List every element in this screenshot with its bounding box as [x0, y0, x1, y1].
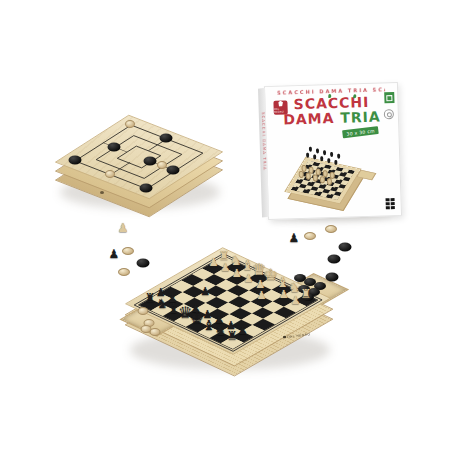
black-checker-disc	[328, 255, 341, 264]
black-checker-disc	[339, 243, 352, 252]
black-checker-disc	[326, 273, 339, 282]
natural-chess-piece: ♝	[241, 259, 254, 273]
black-checker-disc	[314, 282, 326, 290]
natural-checker-disc	[122, 247, 134, 255]
black-checker-disc	[298, 285, 310, 293]
black-checker-disc	[294, 274, 306, 282]
natural-checker-disc	[157, 161, 167, 169]
black-chess-piece: ♛	[178, 305, 192, 321]
black-checker-disc	[108, 142, 121, 151]
natural-chess-piece: ♟	[290, 295, 300, 306]
black-chess-piece: ♟	[226, 320, 236, 331]
product-photo-scene: SCACCHI DAMA TRIA SCACCHI DAMA TRIA SCAC…	[0, 0, 458, 458]
black-chess-piece: ♟	[289, 232, 300, 244]
black-chess-piece: ♟	[203, 309, 213, 320]
natural-chess-piece: ♝	[276, 275, 289, 289]
black-chess-piece: ♜	[145, 292, 156, 304]
natural-chess-piece: ♟	[279, 289, 289, 300]
natural-checker-disc	[138, 307, 149, 315]
natural-checker-disc	[150, 328, 161, 336]
natural-chess-piece: ♟	[220, 262, 230, 273]
natural-chess-piece: ♞	[288, 281, 300, 294]
black-chess-piece: ♞	[215, 324, 227, 337]
natural-chess-piece: ♜	[300, 288, 311, 300]
black-checker-disc	[302, 293, 314, 301]
black-checker-disc	[304, 278, 316, 286]
natural-checker-disc	[105, 170, 115, 178]
natural-checker-disc	[304, 232, 316, 240]
natural-chess-piece: ♟	[232, 267, 242, 278]
black-checker-disc	[167, 165, 180, 174]
black-chess-piece: ♝	[202, 318, 215, 332]
black-chess-piece: ♚	[190, 310, 204, 326]
black-chess-piece: ♝	[167, 301, 180, 315]
black-checker-disc	[137, 259, 150, 268]
natural-checker-disc	[141, 325, 152, 333]
natural-checker-disc	[118, 268, 130, 276]
black-chess-piece: ♟	[200, 286, 210, 297]
black-chess-piece: ♟	[214, 314, 224, 325]
black-checker-disc	[159, 134, 172, 143]
black-chess-piece: ♟	[156, 287, 166, 298]
black-chess-piece: ♟	[191, 303, 201, 314]
black-chess-piece: ♟	[109, 248, 120, 260]
natural-chess-piece: ♛	[252, 262, 266, 278]
black-chess-piece: ♜	[227, 330, 238, 342]
natural-chess-piece: ♟	[208, 256, 218, 267]
natural-chess-piece: ♟	[255, 278, 265, 289]
black-checker-disc	[143, 156, 156, 165]
natural-checker-disc	[144, 319, 155, 327]
natural-chess-piece: ♜	[219, 249, 230, 261]
black-checker-disc	[139, 183, 152, 192]
natural-chess-piece: ♟	[256, 290, 266, 301]
black-chess-piece: ♟	[238, 325, 248, 336]
black-checker-disc	[68, 155, 81, 164]
natural-chess-piece: ♞	[230, 254, 242, 267]
black-checker-disc	[308, 288, 320, 296]
natural-checker-disc	[125, 120, 135, 128]
black-chess-piece: ♟	[167, 292, 177, 303]
natural-chess-piece: ♚	[264, 268, 278, 284]
pieces-layer: ♜♞♝♛♚♝♞♜♟♟♟♟♟♟♟♟♟♟♟♟♟♟♟♟♜♞♝♛♚♝♞♜♟♟♟	[0, 0, 458, 458]
natural-chess-piece: ♟	[118, 222, 129, 234]
black-chess-piece: ♞	[156, 297, 168, 310]
natural-checker-disc	[325, 225, 337, 233]
natural-chess-piece: ♟	[244, 273, 254, 284]
